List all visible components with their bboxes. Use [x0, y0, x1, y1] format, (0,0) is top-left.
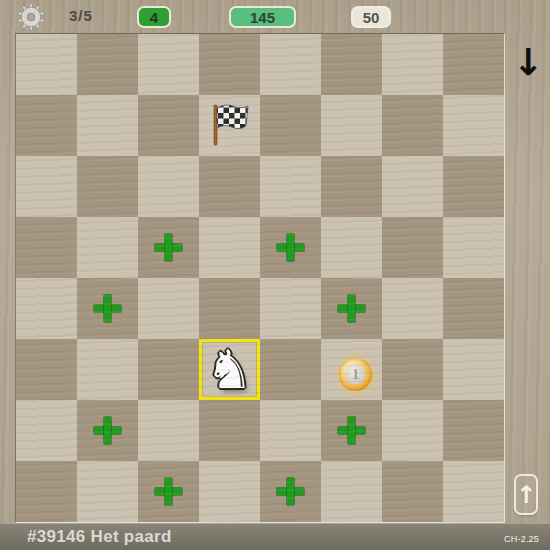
coin-digit: 1 [345, 364, 366, 385]
square-f8[interactable] [321, 34, 382, 95]
score-badge-points: 145 [229, 6, 296, 28]
knight-move-hint-icon [338, 417, 365, 444]
square-c8[interactable] [138, 34, 199, 95]
top-bar: 3/5 4 145 50 [0, 0, 550, 33]
knight-training-app: 3/5 4 145 50 ♞1 ↓ ↑ #39146 Het paard CH-… [0, 0, 550, 550]
square-g1[interactable] [382, 461, 443, 522]
square-g4[interactable] [382, 278, 443, 339]
square-b6[interactable] [77, 156, 138, 217]
square-h6[interactable] [443, 156, 504, 217]
square-g6[interactable] [382, 156, 443, 217]
square-h8[interactable] [443, 34, 504, 95]
white-knight-piece[interactable]: ♞ [206, 339, 254, 400]
square-c6[interactable] [138, 156, 199, 217]
square-b2[interactable] [77, 400, 138, 461]
exercise-title: #39146 Het paard [27, 524, 172, 550]
square-d4[interactable] [199, 278, 260, 339]
knight-move-hint-icon [277, 478, 304, 505]
square-f7[interactable] [321, 95, 382, 156]
square-c4[interactable] [138, 278, 199, 339]
square-f1[interactable] [321, 461, 382, 522]
square-e1[interactable] [260, 461, 321, 522]
scroll-up-button[interactable]: ↑ [514, 474, 538, 515]
square-d6[interactable] [199, 156, 260, 217]
square-b8[interactable] [77, 34, 138, 95]
knight-move-hint-icon [94, 295, 121, 322]
square-d3[interactable]: ♞ [199, 339, 260, 400]
score-badge-coins: 50 [351, 6, 391, 28]
square-h7[interactable] [443, 95, 504, 156]
scroll-down-arrow-icon[interactable]: ↓ [514, 40, 542, 84]
square-c2[interactable] [138, 400, 199, 461]
square-a6[interactable] [16, 156, 77, 217]
square-d7[interactable] [199, 95, 260, 156]
square-e2[interactable] [260, 400, 321, 461]
square-b1[interactable] [77, 461, 138, 522]
square-g5[interactable] [382, 217, 443, 278]
square-f2[interactable] [321, 400, 382, 461]
square-b7[interactable] [77, 95, 138, 156]
square-e7[interactable] [260, 95, 321, 156]
knight-move-hint-icon [277, 234, 304, 261]
finish-flag-icon [207, 102, 253, 150]
square-e4[interactable] [260, 278, 321, 339]
square-a1[interactable] [16, 461, 77, 522]
square-f3[interactable]: 1 [321, 339, 382, 400]
square-f6[interactable] [321, 156, 382, 217]
square-e6[interactable] [260, 156, 321, 217]
square-a3[interactable] [16, 339, 77, 400]
square-e3[interactable] [260, 339, 321, 400]
progress-counter: 3/5 [69, 7, 93, 24]
square-a5[interactable] [16, 217, 77, 278]
square-h2[interactable] [443, 400, 504, 461]
square-a8[interactable] [16, 34, 77, 95]
square-h1[interactable] [443, 461, 504, 522]
square-g8[interactable] [382, 34, 443, 95]
square-f5[interactable] [321, 217, 382, 278]
square-d1[interactable] [199, 461, 260, 522]
square-d5[interactable] [199, 217, 260, 278]
footer-bar: #39146 Het paard CH-2.25 [0, 523, 550, 550]
version-label: CH-2.25 [504, 534, 539, 544]
square-g2[interactable] [382, 400, 443, 461]
square-b3[interactable] [77, 339, 138, 400]
square-h5[interactable] [443, 217, 504, 278]
knight-move-hint-icon [155, 234, 182, 261]
square-h4[interactable] [443, 278, 504, 339]
square-b4[interactable] [77, 278, 138, 339]
square-b5[interactable] [77, 217, 138, 278]
square-c3[interactable] [138, 339, 199, 400]
knight-move-hint-icon [338, 295, 365, 322]
square-c1[interactable] [138, 461, 199, 522]
square-e5[interactable] [260, 217, 321, 278]
square-a4[interactable] [16, 278, 77, 339]
square-c5[interactable] [138, 217, 199, 278]
square-f4[interactable] [321, 278, 382, 339]
square-d8[interactable] [199, 34, 260, 95]
square-e8[interactable] [260, 34, 321, 95]
square-c7[interactable] [138, 95, 199, 156]
coin-bonus-icon: 1 [339, 358, 372, 391]
chess-board: ♞1 [15, 33, 505, 523]
square-g3[interactable] [382, 339, 443, 400]
square-h3[interactable] [443, 339, 504, 400]
square-g7[interactable] [382, 95, 443, 156]
knight-move-hint-icon [94, 417, 121, 444]
square-a7[interactable] [16, 95, 77, 156]
square-d2[interactable] [199, 400, 260, 461]
knight-move-hint-icon [155, 478, 182, 505]
square-a2[interactable] [16, 400, 77, 461]
settings-gear-icon[interactable] [17, 3, 45, 31]
score-badge-streak: 4 [137, 6, 171, 28]
